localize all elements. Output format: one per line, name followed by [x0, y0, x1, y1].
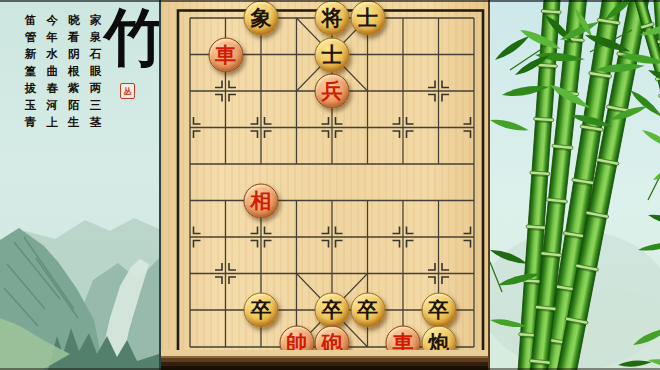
piece-black-soldier[interactable]: 卒	[315, 293, 350, 328]
poem-line-4: 笛管新篁拔玉青	[24, 12, 37, 131]
xiangqi-game-screen: 家泉石眼两三茎 晓看阴根紫陌生 今年水曲春河上 笛管新篁拔玉青 竹 丛 象将士車…	[0, 0, 660, 370]
piece-red-soldier[interactable]: 兵	[315, 74, 350, 109]
piece-red-chariot[interactable]: 車	[208, 37, 243, 72]
piece-red-elephant[interactable]: 相	[244, 183, 279, 218]
poem-line-1: 家泉石眼两三茎	[89, 12, 102, 131]
bamboo-decoration-panel	[490, 0, 660, 370]
bamboo-illustration	[490, 0, 660, 370]
piece-black-soldier[interactable]: 卒	[244, 293, 279, 328]
poem-line-2: 晓看阴根紫陌生	[67, 12, 80, 131]
piece-black-soldier[interactable]: 卒	[421, 293, 456, 328]
piece-black-general[interactable]: 将	[315, 1, 350, 36]
board-frame-bottom	[161, 349, 488, 370]
seal-stamp: 丛	[120, 83, 135, 99]
poem: 家泉石眼两三茎 晓看阴根紫陌生 今年水曲春河上 笛管新篁拔玉青	[24, 12, 102, 131]
pieces-layer: 象将士車士兵相卒卒卒卒帥砲車炮	[161, 0, 488, 370]
bamboo-title-character: 竹	[104, 0, 162, 80]
poem-line-3: 今年水曲春河上	[46, 12, 59, 131]
calligraphy-panel: 家泉石眼两三茎 晓看阴根紫陌生 今年水曲春河上 笛管新篁拔玉青 竹 丛	[0, 0, 159, 370]
piece-black-advisor[interactable]: 士	[315, 37, 350, 72]
ink-landscape-painting	[0, 168, 159, 370]
piece-black-elephant[interactable]: 象	[244, 1, 279, 36]
piece-black-advisor[interactable]: 士	[350, 1, 385, 36]
piece-black-soldier[interactable]: 卒	[350, 293, 385, 328]
xiangqi-board[interactable]: 象将士車士兵相卒卒卒卒帥砲車炮	[159, 0, 490, 370]
